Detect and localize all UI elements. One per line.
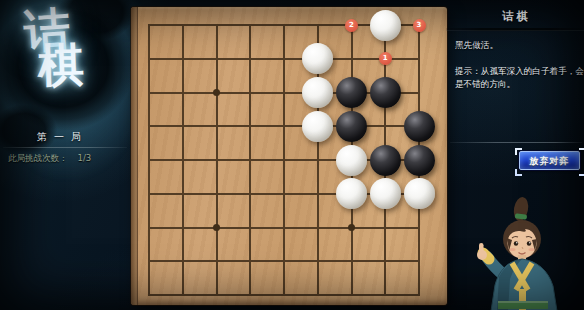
attempts-label: 此局挑战次数： xyxy=(8,153,68,165)
grid-line xyxy=(148,294,420,296)
panel-divider xyxy=(450,142,582,143)
attempts-row: 此局挑战次数： 1/3 xyxy=(8,153,128,165)
board-side-edge xyxy=(131,7,138,305)
objective-text: 黑先做活。 xyxy=(446,40,584,52)
go-board[interactable]: 123 xyxy=(131,7,447,305)
black-stone xyxy=(404,145,435,176)
hint-line: 是不错的方向。 xyxy=(455,78,584,91)
grid-line xyxy=(148,260,420,262)
white-stone xyxy=(370,10,401,41)
board-grid[interactable]: 123 xyxy=(148,24,420,296)
white-stone xyxy=(302,111,333,142)
white-stone xyxy=(336,145,367,176)
grid-line xyxy=(148,227,420,229)
star-point xyxy=(213,89,220,96)
white-stone xyxy=(336,178,367,209)
button-corner-ornament xyxy=(579,169,584,176)
puzzle-title: 诘棋 xyxy=(446,9,584,24)
title-underline xyxy=(446,28,584,31)
white-stone xyxy=(302,43,333,74)
black-stone xyxy=(404,111,435,142)
white-stone xyxy=(370,178,401,209)
button-corner-ornament xyxy=(515,169,522,176)
resign-button[interactable]: 放弃对弈 xyxy=(519,151,580,170)
hint-text: 提示：从孤军深入的白子着手，会 是不错的方向。 xyxy=(446,65,584,91)
move-marker: 2 xyxy=(345,19,358,32)
star-point xyxy=(213,224,220,231)
calligraphy-char: 棋 xyxy=(1,43,120,87)
attempts-value: 1/3 xyxy=(78,153,92,165)
left-divider xyxy=(3,147,127,148)
star-point xyxy=(348,224,355,231)
move-marker: 1 xyxy=(379,52,392,65)
white-stone xyxy=(404,178,435,209)
calligraphy-title: 诘 棋 xyxy=(0,10,118,85)
hint-line: 提示：从孤军深入的白子着手，会 xyxy=(455,65,584,78)
move-marker: 3 xyxy=(413,19,426,32)
black-stone xyxy=(336,77,367,108)
game-screen: 诘 棋 第一局 此局挑战次数： 1/3 123 诘棋 黑先做活。 提示：从孤军深… xyxy=(0,0,584,310)
npc-character-illustration xyxy=(468,193,584,310)
white-stone xyxy=(302,77,333,108)
round-label: 第一局 xyxy=(0,130,118,144)
black-stone xyxy=(370,77,401,108)
black-stone xyxy=(370,145,401,176)
black-stone xyxy=(336,111,367,142)
